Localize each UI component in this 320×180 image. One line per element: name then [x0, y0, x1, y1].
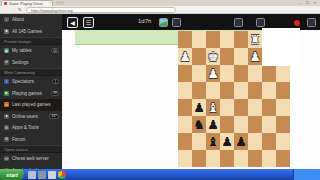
square-r5c7[interactable] — [276, 116, 290, 133]
sidebar-item-label: Spectators — [12, 79, 34, 84]
taskbar-app-icon[interactable] — [28, 171, 36, 179]
start-button[interactable]: start — [0, 169, 24, 180]
tab-close-icon[interactable]: × — [49, 1, 51, 5]
panel-thumb-icon-1[interactable] — [234, 18, 243, 27]
count-badge: 68 — [51, 91, 59, 96]
count-badge: 64 — [51, 48, 59, 53]
sidebar-item-settings[interactable]: ⚙Settings — [0, 57, 62, 69]
square-r6c7[interactable] — [276, 133, 290, 150]
sidebar: iAbout♞All 145 GamesPrivate lounge▦My ta… — [0, 14, 62, 170]
piece-wP[interactable]: ♟ — [248, 48, 262, 65]
board-back-button[interactable]: ◀ — [67, 17, 78, 28]
chrome-taskbar-icon[interactable] — [58, 171, 66, 179]
sidebar-section-header: Private lounge — [0, 37, 62, 45]
square-r0c1[interactable] — [192, 31, 206, 48]
square-r2c5[interactable] — [248, 65, 262, 82]
square-r3c4[interactable] — [234, 82, 248, 99]
square-r7c0[interactable] — [178, 150, 192, 167]
sidebar-item-label: Settings — [12, 60, 29, 65]
square-r2c7[interactable] — [276, 65, 290, 82]
square-r1c2[interactable]: ♚ — [206, 48, 220, 65]
sidebar-item-about[interactable]: iAbout — [0, 14, 62, 26]
piece-wP[interactable]: ♟ — [206, 65, 220, 82]
square-r4c6[interactable] — [262, 99, 276, 116]
square-r4c0[interactable] — [178, 99, 192, 116]
history-icon: ⟳ — [4, 102, 9, 107]
square-r7c7[interactable] — [276, 150, 290, 167]
piece-bP[interactable]: ♟ — [206, 116, 220, 133]
square-r7c1[interactable] — [192, 150, 206, 167]
square-r3c6[interactable] — [262, 82, 276, 99]
main-content: Playing Resich (15 m) left ♜♟♚♟♟♟♝♞♟♝♟♟ — [62, 30, 320, 169]
image-thumb-icon[interactable] — [159, 18, 168, 27]
panel-thumb-icon-2[interactable] — [256, 18, 265, 27]
piece-wB[interactable]: ♝ — [206, 99, 220, 116]
wrench-icon: ⚙ — [4, 60, 9, 65]
square-r2c3[interactable] — [220, 65, 234, 82]
piece-wR[interactable]: ♜ — [248, 31, 262, 48]
browser-toolbar: ← → ↻ https://www.playchess.org — [0, 6, 320, 14]
square-r3c7[interactable] — [276, 82, 290, 99]
sidebar-item-label: Apps & Tools — [12, 125, 39, 130]
square-r3c5[interactable] — [248, 82, 262, 99]
taskbar-app-icon[interactable] — [38, 171, 46, 179]
square-r4c4[interactable] — [234, 99, 248, 116]
square-r2c1[interactable] — [192, 65, 206, 82]
taskbar-app-icon[interactable] — [48, 171, 56, 179]
tab-title: Guest: Playing Chess — [9, 2, 47, 6]
sidebar-item-playing-games[interactable]: ▶Playing games68 — [0, 88, 62, 100]
square-r4c5[interactable] — [248, 99, 262, 116]
sidebar-item-online-users[interactable]: ☻Online users347 — [0, 111, 62, 123]
piece-bP[interactable]: ♟ — [220, 133, 234, 150]
taskbar: start — [0, 169, 320, 180]
square-r6c2[interactable]: ♝ — [206, 133, 220, 150]
sidebar-item-apps-tools[interactable]: ⊞Apps & Tools — [0, 122, 62, 134]
sidebar-item-label: About — [12, 17, 24, 22]
sidebar-item-my-tables[interactable]: ▦My tables64 — [0, 45, 62, 57]
piece-wP[interactable]: ♟ — [178, 48, 192, 65]
square-r6c1[interactable] — [192, 133, 206, 150]
square-r2c2[interactable]: ♟ — [206, 65, 220, 82]
back-icon[interactable]: ← — [4, 7, 9, 13]
sidebar-item-chess-web-server[interactable]: <>Chess web server — [0, 153, 62, 165]
new-tab-button[interactable] — [56, 1, 64, 5]
sidebar-item-label: Last played games — [12, 102, 51, 107]
square-r5c6[interactable] — [262, 116, 276, 133]
sidebar-item-spectators[interactable]: fSpectators1 — [0, 76, 62, 88]
knight-icon: ♞ — [4, 29, 9, 34]
screen: Guest: Playing Chess × – □ × ← → ↻ https… — [0, 0, 320, 180]
sidebar-section-header: Open source — [0, 145, 62, 153]
square-r0c3[interactable] — [220, 31, 234, 48]
square-r0c0[interactable] — [178, 31, 192, 48]
count-badge: 347 — [49, 114, 59, 119]
info-icon: i — [4, 17, 9, 22]
sidebar-item-label: Chess web server — [12, 156, 49, 161]
square-r6c0[interactable] — [178, 133, 192, 150]
square-r4c2[interactable]: ♝ — [206, 99, 220, 116]
square-r5c0[interactable] — [178, 116, 192, 133]
square-r1c4[interactable] — [234, 48, 248, 65]
square-r2c6[interactable] — [262, 65, 276, 82]
square-r4c3[interactable] — [220, 99, 234, 116]
square-r0c4[interactable] — [234, 31, 248, 48]
grid-icon: ▦ — [4, 48, 9, 53]
sidebar-item-forum[interactable]: ✉Forum — [0, 134, 62, 146]
code-icon: <> — [4, 156, 9, 161]
time-left-label: 1d7h — [138, 18, 151, 24]
sidebar-section-header: Web Community — [0, 68, 62, 76]
square-r3c1[interactable] — [192, 82, 206, 99]
square-r5c2[interactable]: ♟ — [206, 116, 220, 133]
users-icon: ☻ — [4, 114, 9, 119]
url-text: https://www.playchess.org — [31, 9, 73, 13]
square-r6c3[interactable]: ♟ — [220, 133, 234, 150]
sidebar-item-label: Online users — [12, 114, 38, 119]
square-r5c5[interactable] — [248, 116, 262, 133]
square-r2c4[interactable] — [234, 65, 248, 82]
sidebar-item-label: Forum — [12, 137, 25, 142]
square-r0c5[interactable]: ♜ — [248, 31, 262, 48]
address-bar[interactable]: https://www.playchess.org — [26, 7, 176, 13]
forward-icon[interactable]: → — [11, 7, 16, 13]
sidebar-item-all-145-games[interactable]: ♞All 145 Games — [0, 26, 62, 38]
square-r7c2[interactable] — [206, 150, 220, 167]
record-icon[interactable] — [294, 20, 300, 26]
overlay-panel — [262, 28, 300, 66]
forum-icon: ✉ — [4, 137, 9, 142]
square-r5c1[interactable]: ♞ — [192, 116, 206, 133]
count-badge: 1 — [52, 79, 59, 84]
square-r4c1[interactable]: ♟ — [192, 99, 206, 116]
square-r3c3[interactable] — [220, 82, 234, 99]
window-controls[interactable]: – □ × — [299, 0, 318, 5]
piece-bP[interactable]: ♟ — [192, 99, 206, 116]
piece-wK[interactable]: ♚ — [206, 48, 220, 65]
square-r1c5[interactable]: ♟ — [248, 48, 262, 65]
square-r1c1[interactable] — [192, 48, 206, 65]
square-r0c2[interactable] — [206, 31, 220, 48]
square-r4c7[interactable] — [276, 99, 290, 116]
square-r7c3[interactable] — [220, 150, 234, 167]
sidebar-item-label: Playing games — [12, 91, 42, 96]
tab-favicon — [4, 2, 7, 5]
square-r1c3[interactable] — [220, 48, 234, 65]
square-r5c3[interactable] — [220, 116, 234, 133]
square-r1c0[interactable]: ♟ — [178, 48, 192, 65]
social-icon: f — [4, 79, 9, 84]
system-tray — [293, 169, 320, 180]
square-r7c6[interactable] — [262, 150, 276, 167]
square-r7c4[interactable] — [234, 150, 248, 167]
board-thumb-icon[interactable] — [172, 18, 181, 27]
square-r3c0[interactable] — [178, 82, 192, 99]
piece-bN[interactable]: ♞ — [192, 116, 206, 133]
square-r2c0[interactable] — [178, 65, 192, 82]
square-r3c2[interactable] — [206, 82, 220, 99]
square-r6c5[interactable] — [248, 133, 262, 150]
apps-icon: ⊞ — [4, 125, 9, 130]
square-r7c5[interactable] — [248, 150, 262, 167]
play-icon: ▶ — [4, 91, 9, 96]
reload-icon[interactable]: ↻ — [18, 7, 22, 13]
menu-button[interactable]: ☰ — [83, 17, 94, 28]
square-r6c4[interactable]: ♟ — [234, 133, 248, 150]
sidebar-item-label: All 145 Games — [12, 29, 42, 34]
square-r5c4[interactable] — [234, 116, 248, 133]
sidebar-item-last-played-games[interactable]: ⟳Last played games — [0, 99, 62, 111]
piece-bB[interactable]: ♝ — [206, 133, 220, 150]
square-r6c6[interactable] — [262, 133, 276, 150]
panel-thumb-icon-3[interactable] — [307, 18, 316, 27]
piece-bP[interactable]: ♟ — [234, 133, 248, 150]
sidebar-item-label: My tables — [12, 48, 32, 53]
